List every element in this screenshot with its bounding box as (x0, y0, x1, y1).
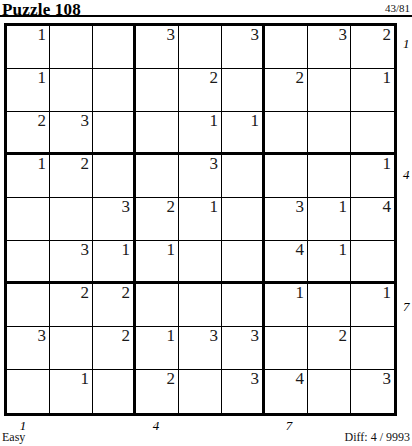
col-label-4: 4 (153, 418, 160, 434)
cell-r9c5[interactable] (179, 370, 222, 413)
sudoku-board: 1333212212311123132131431141221132133212… (4, 23, 397, 416)
difficulty-label: Easy (2, 430, 25, 445)
cell-r5c2[interactable] (50, 198, 93, 241)
cell-r7c5[interactable] (179, 284, 222, 327)
given-digit: 2 (81, 156, 90, 172)
cell-r7c9[interactable]: 1 (351, 284, 394, 327)
cell-r4c6[interactable] (222, 155, 265, 198)
cell-r1c8[interactable]: 3 (308, 26, 351, 69)
cell-r4c7[interactable] (265, 155, 308, 198)
cell-r1c1[interactable]: 1 (7, 26, 50, 69)
given-digit: 1 (122, 242, 131, 258)
given-digit: 3 (251, 27, 260, 43)
cell-r2c5[interactable]: 2 (179, 69, 222, 112)
cell-r3c9[interactable] (351, 112, 394, 155)
cell-r2c3[interactable] (93, 69, 136, 112)
given-digit: 2 (122, 285, 131, 301)
given-digit: 1 (383, 70, 392, 86)
cell-r1c2[interactable] (50, 26, 93, 69)
cell-r1c6[interactable]: 3 (222, 26, 265, 69)
cell-r9c7[interactable]: 4 (265, 370, 308, 413)
cell-r2c4[interactable] (136, 69, 179, 112)
cell-r5c6[interactable] (222, 198, 265, 241)
cell-r9c3[interactable] (93, 370, 136, 413)
given-digit: 3 (210, 156, 219, 172)
cell-r3c7[interactable] (265, 112, 308, 155)
cell-r3c6[interactable]: 1 (222, 112, 265, 155)
given-digit: 1 (296, 285, 305, 301)
given-digit: 4 (296, 242, 305, 258)
given-digit: 3 (296, 199, 305, 215)
cell-r8c6[interactable]: 3 (222, 327, 265, 370)
given-digit: 3 (81, 242, 90, 258)
given-digit: 2 (167, 371, 176, 387)
cell-r9c4[interactable]: 2 (136, 370, 179, 413)
given-digit: 1 (167, 242, 176, 258)
cell-r7c2[interactable]: 2 (50, 284, 93, 327)
row-label-4: 4 (403, 167, 410, 183)
given-digit: 1 (38, 156, 47, 172)
cell-r5c9[interactable]: 4 (351, 198, 394, 241)
cell-r5c1[interactable] (7, 198, 50, 241)
cell-r1c4[interactable]: 3 (136, 26, 179, 69)
cell-r8c5[interactable]: 3 (179, 327, 222, 370)
cell-r7c6[interactable] (222, 284, 265, 327)
cell-r7c4[interactable] (136, 284, 179, 327)
title-divider (0, 15, 412, 17)
cell-r5c4[interactable]: 2 (136, 198, 179, 241)
cell-r9c6[interactable]: 3 (222, 370, 265, 413)
cell-r2c1[interactable]: 1 (7, 69, 50, 112)
given-digit: 3 (210, 328, 219, 344)
cell-r9c1[interactable] (7, 370, 50, 413)
given-digit: 4 (296, 371, 305, 387)
cell-r2c9[interactable]: 1 (351, 69, 394, 112)
given-digit: 1 (167, 328, 176, 344)
cell-r8c4[interactable]: 1 (136, 327, 179, 370)
cell-r9c8[interactable] (308, 370, 351, 413)
given-digit: 4 (383, 199, 392, 215)
cell-r4c2[interactable]: 2 (50, 155, 93, 198)
cell-r1c9[interactable]: 2 (351, 26, 394, 69)
cell-r7c3[interactable]: 2 (93, 284, 136, 327)
cell-r9c2[interactable]: 1 (50, 370, 93, 413)
cell-r5c8[interactable]: 1 (308, 198, 351, 241)
given-digit: 1 (38, 27, 47, 43)
given-digit: 3 (38, 328, 47, 344)
cell-r6c5[interactable] (179, 241, 222, 284)
cell-r6c9[interactable] (351, 241, 394, 284)
cell-r8c9[interactable] (351, 327, 394, 370)
cell-r8c2[interactable] (50, 327, 93, 370)
cell-r8c1[interactable]: 3 (7, 327, 50, 370)
given-digit: 1 (38, 70, 47, 86)
given-digit: 3 (167, 27, 176, 43)
cell-r9c9[interactable]: 3 (351, 370, 394, 413)
given-digit: 2 (339, 328, 348, 344)
cell-r7c8[interactable] (308, 284, 351, 327)
cell-r6c8[interactable]: 1 (308, 241, 351, 284)
cell-r3c3[interactable] (93, 112, 136, 155)
cell-r4c3[interactable] (93, 155, 136, 198)
cell-r5c5[interactable]: 1 (179, 198, 222, 241)
difficulty-score: Diff: 4 / 9993 (345, 430, 410, 445)
cell-r6c6[interactable] (222, 241, 265, 284)
given-digit: 3 (122, 199, 131, 215)
row-label-1: 1 (403, 36, 410, 52)
cell-r8c3[interactable]: 2 (93, 327, 136, 370)
given-digit: 1 (339, 199, 348, 215)
cell-r7c7[interactable]: 1 (265, 284, 308, 327)
given-digit: 2 (383, 27, 392, 43)
cell-r1c7[interactable] (265, 26, 308, 69)
cell-r4c9[interactable]: 1 (351, 155, 394, 198)
given-digit: 1 (210, 199, 219, 215)
cell-r3c8[interactable] (308, 112, 351, 155)
given-digit: 1 (383, 285, 392, 301)
cell-r5c3[interactable]: 3 (93, 198, 136, 241)
cell-r3c4[interactable] (136, 112, 179, 155)
cell-r4c5[interactable]: 3 (179, 155, 222, 198)
given-digit: 2 (81, 285, 90, 301)
cell-r4c4[interactable] (136, 155, 179, 198)
given-digit: 2 (296, 70, 305, 86)
given-digit: 2 (167, 199, 176, 215)
col-label-7: 7 (286, 418, 293, 434)
given-digit: 1 (251, 113, 260, 129)
cell-r8c7[interactable] (265, 327, 308, 370)
cell-r6c4[interactable]: 1 (136, 241, 179, 284)
cell-r4c1[interactable]: 1 (7, 155, 50, 198)
cell-r6c3[interactable]: 1 (93, 241, 136, 284)
cell-r1c5[interactable] (179, 26, 222, 69)
cell-r7c1[interactable] (7, 284, 50, 327)
given-digit: 1 (81, 371, 90, 387)
cell-r2c8[interactable] (308, 69, 351, 112)
given-digit: 3 (251, 371, 260, 387)
given-digit: 1 (339, 242, 348, 258)
cell-r2c6[interactable] (222, 69, 265, 112)
given-digit: 1 (383, 156, 392, 172)
given-digit: 1 (210, 113, 219, 129)
cell-r6c7[interactable]: 4 (265, 241, 308, 284)
cell-r2c7[interactable]: 2 (265, 69, 308, 112)
cell-r3c5[interactable]: 1 (179, 112, 222, 155)
given-digit: 2 (122, 328, 131, 344)
given-digit: 3 (81, 113, 90, 129)
given-digit: 3 (251, 328, 260, 344)
given-digit: 2 (210, 70, 219, 86)
cell-r6c1[interactable] (7, 241, 50, 284)
cell-r6c2[interactable]: 3 (50, 241, 93, 284)
row-label-7: 7 (403, 299, 410, 315)
cell-r5c7[interactable]: 3 (265, 198, 308, 241)
given-digit: 2 (38, 113, 47, 129)
cell-r8c8[interactable]: 2 (308, 327, 351, 370)
page-title: Puzzle 108 (2, 0, 81, 20)
cell-r4c8[interactable] (308, 155, 351, 198)
cell-r3c1[interactable]: 2 (7, 112, 50, 155)
cell-r1c3[interactable] (93, 26, 136, 69)
cell-r3c2[interactable]: 3 (50, 112, 93, 155)
given-digit: 3 (339, 27, 348, 43)
cell-r2c2[interactable] (50, 69, 93, 112)
clue-counter: 43/81 (385, 2, 410, 14)
given-digit: 3 (383, 371, 392, 387)
